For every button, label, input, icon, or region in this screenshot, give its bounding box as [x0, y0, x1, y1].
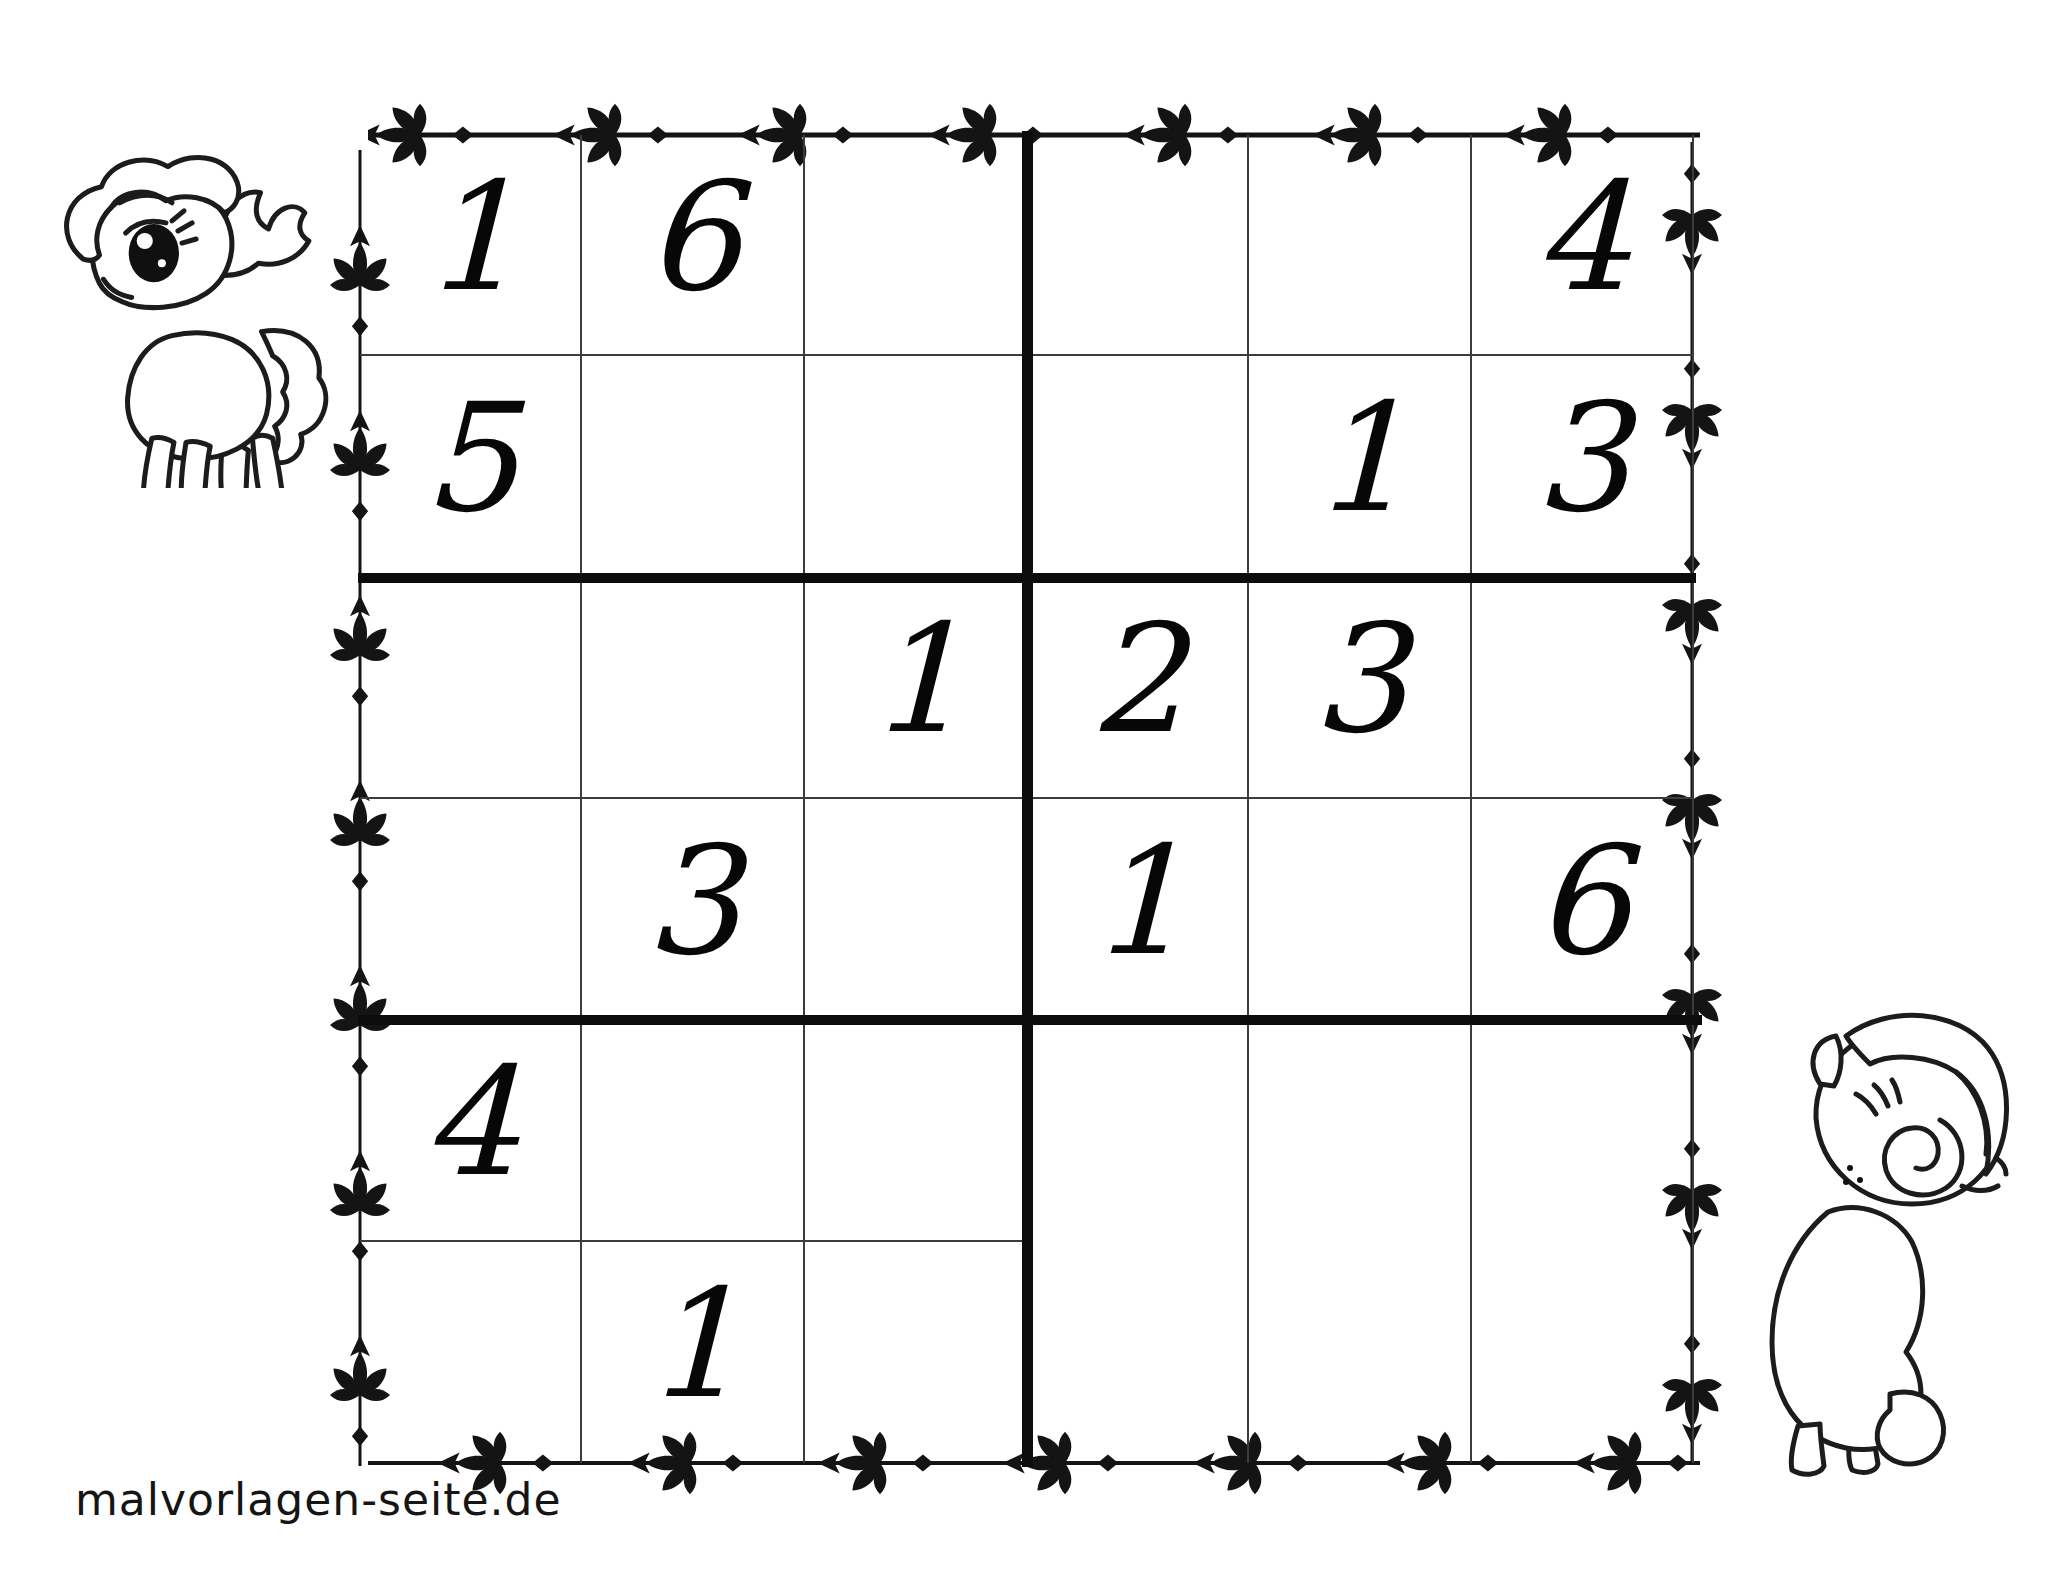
cell-r1c4 — [1027, 135, 1249, 356]
cell-r2c6: 3 — [1472, 356, 1694, 577]
cell-r4c5 — [1249, 799, 1471, 1020]
given-digit: 1 — [645, 1269, 740, 1419]
cell-r5c1: 4 — [360, 1020, 582, 1241]
pony-bottom-right-image — [1700, 990, 2030, 1480]
sudoku-board: 16451312331641 — [360, 135, 1694, 1463]
given-digit: 6 — [645, 162, 740, 312]
cell-r2c4 — [1027, 356, 1249, 577]
cell-r5c2 — [582, 1020, 804, 1241]
cell-r3c5: 3 — [1249, 578, 1471, 799]
cell-r2c1: 5 — [360, 356, 582, 577]
given-digit: 1 — [422, 162, 517, 312]
cell-r1c5 — [1249, 135, 1471, 356]
cell-r1c6: 4 — [1472, 135, 1694, 356]
cell-r4c3 — [805, 799, 1027, 1020]
cell-r3c1 — [360, 578, 582, 799]
cell-r5c3 — [805, 1020, 1027, 1241]
cell-r4c2: 3 — [582, 799, 804, 1020]
cell-r1c1: 1 — [360, 135, 582, 356]
cell-r5c4 — [1027, 1020, 1249, 1241]
given-digit: 3 — [1312, 604, 1407, 754]
given-digit: 5 — [422, 383, 517, 533]
given-digit: 4 — [1534, 162, 1629, 312]
cell-r4c6: 6 — [1472, 799, 1694, 1020]
cell-r6c4 — [1027, 1242, 1249, 1463]
cell-r5c6 — [1472, 1020, 1694, 1241]
page: 16451312331641 — [0, 0, 2048, 1593]
cell-r6c1 — [360, 1242, 582, 1463]
given-digit: 1 — [1089, 826, 1184, 976]
cell-r2c2 — [582, 356, 804, 577]
given-digit: 1 — [868, 604, 963, 754]
cell-r3c6 — [1472, 578, 1694, 799]
given-digit: 1 — [1312, 383, 1407, 533]
cell-r2c5: 1 — [1249, 356, 1471, 577]
cell-r6c5 — [1249, 1242, 1471, 1463]
given-digit: 3 — [645, 826, 740, 976]
pony-top-left-image — [25, 140, 337, 488]
cell-r4c1 — [360, 799, 582, 1020]
cell-r6c6 — [1472, 1242, 1694, 1463]
cell-r6c2: 1 — [582, 1242, 804, 1463]
cell-r3c4: 2 — [1027, 578, 1249, 799]
given-digit: 2 — [1089, 604, 1184, 754]
cell-r3c3: 1 — [805, 578, 1027, 799]
cell-r1c2: 6 — [582, 135, 804, 356]
given-digit: 4 — [422, 1047, 517, 1197]
cell-r2c3 — [805, 356, 1027, 577]
cell-r4c4: 1 — [1027, 799, 1249, 1020]
given-digit: 3 — [1534, 383, 1629, 533]
cell-r1c3 — [805, 135, 1027, 356]
site-watermark: malvorlagen-seite.de — [75, 1474, 562, 1525]
given-digit: 6 — [1534, 826, 1629, 976]
cell-r6c3 — [805, 1242, 1027, 1463]
cell-r5c5 — [1249, 1020, 1471, 1241]
cell-r3c2 — [582, 578, 804, 799]
